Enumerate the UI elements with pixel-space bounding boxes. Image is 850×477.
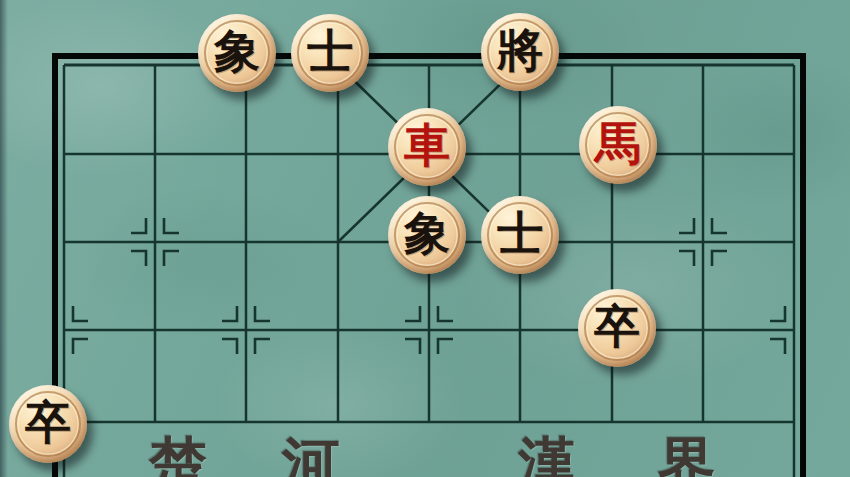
piece-black-soldier[interactable]: 卒 [578,289,656,367]
piece-red-horse[interactable]: 馬 [579,106,657,184]
xiangqi-board: 楚 河 漢 界 象士將車馬象士卒卒 [0,0,850,477]
piece-glyph: 象 [404,211,450,257]
piece-glyph: 馬 [595,121,641,167]
piece-glyph: 象 [214,29,260,75]
piece-black-advisor[interactable]: 士 [481,196,559,274]
piece-glyph: 卒 [594,304,640,350]
piece-black-soldier[interactable]: 卒 [9,385,87,463]
pieces-layer: 象士將車馬象士卒卒 [0,0,850,477]
piece-black-advisor[interactable]: 士 [291,14,369,92]
piece-glyph: 將 [497,28,543,74]
piece-glyph: 士 [307,29,353,75]
piece-red-chariot[interactable]: 車 [388,108,466,186]
piece-glyph: 車 [404,123,450,169]
piece-glyph: 卒 [25,400,71,446]
piece-black-elephant[interactable]: 象 [388,196,466,274]
piece-glyph: 士 [497,211,543,257]
piece-black-elephant[interactable]: 象 [198,14,276,92]
piece-black-general[interactable]: 將 [481,13,559,91]
